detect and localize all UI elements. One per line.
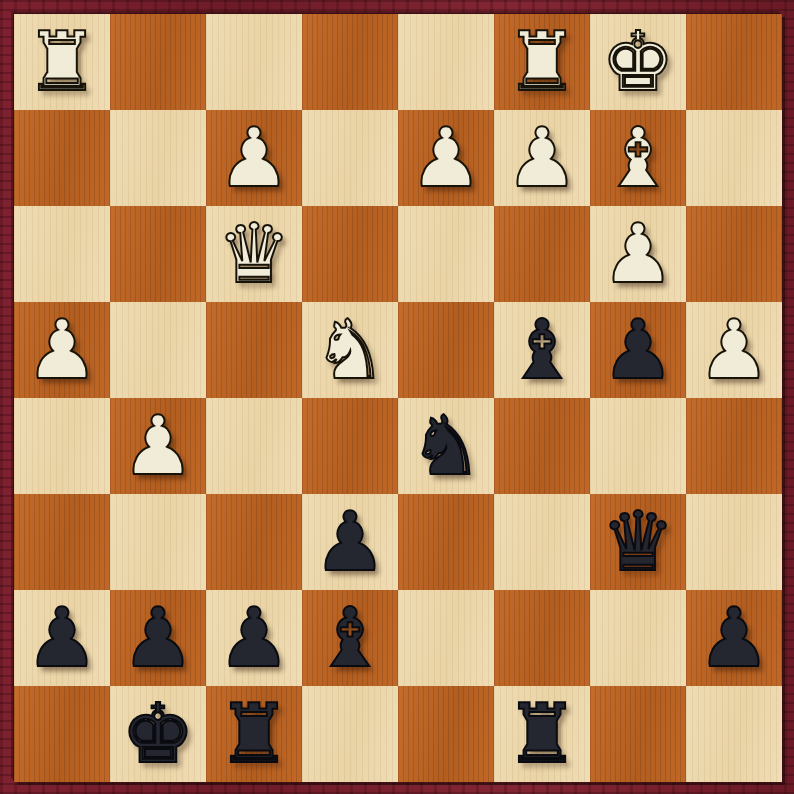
square-r8c8[interactable] — [686, 686, 782, 782]
square-r2c1[interactable] — [14, 110, 110, 206]
square-r4c5[interactable] — [398, 302, 494, 398]
white-king: ♚ — [601, 14, 675, 110]
white-rook: ♜ — [505, 14, 579, 110]
square-r1c8[interactable] — [686, 14, 782, 110]
square-r6c7[interactable]: ♛ — [590, 494, 686, 590]
square-r7c2[interactable]: ♟ — [110, 590, 206, 686]
square-r3c8[interactable] — [686, 206, 782, 302]
black-pawn: ♟ — [121, 590, 195, 686]
square-r5c5[interactable]: ♞ — [398, 398, 494, 494]
square-r3c2[interactable] — [110, 206, 206, 302]
square-r5c2[interactable]: ♟ — [110, 398, 206, 494]
square-r4c8[interactable]: ♟ — [686, 302, 782, 398]
square-r4c3[interactable] — [206, 302, 302, 398]
square-r4c1[interactable]: ♟ — [14, 302, 110, 398]
black-pawn: ♟ — [25, 590, 99, 686]
chess-board: ♜ ♜ ♚ ♟ ♟ ♟ ♝ ♛ ♟ ♟ ♞ ♝ ♟ ♟ — [13, 13, 781, 781]
square-r3c1[interactable] — [14, 206, 110, 302]
square-r1c4[interactable] — [302, 14, 398, 110]
square-r8c3[interactable]: ♜ — [206, 686, 302, 782]
square-r3c5[interactable] — [398, 206, 494, 302]
black-bishop: ♝ — [313, 590, 387, 686]
square-r5c3[interactable] — [206, 398, 302, 494]
square-r7c7[interactable] — [590, 590, 686, 686]
black-knight: ♞ — [409, 398, 483, 494]
square-r4c6[interactable]: ♝ — [494, 302, 590, 398]
square-r7c6[interactable] — [494, 590, 590, 686]
black-pawn: ♟ — [313, 494, 387, 590]
white-pawn: ♟ — [409, 110, 483, 206]
square-r7c1[interactable]: ♟ — [14, 590, 110, 686]
white-pawn: ♟ — [505, 110, 579, 206]
square-r7c4[interactable]: ♝ — [302, 590, 398, 686]
white-pawn: ♟ — [697, 302, 771, 398]
white-rook: ♜ — [25, 14, 99, 110]
white-pawn: ♟ — [601, 206, 675, 302]
square-r2c8[interactable] — [686, 110, 782, 206]
square-r6c8[interactable] — [686, 494, 782, 590]
square-r1c7[interactable]: ♚ — [590, 14, 686, 110]
square-r2c4[interactable] — [302, 110, 398, 206]
square-r8c4[interactable] — [302, 686, 398, 782]
square-r8c6[interactable]: ♜ — [494, 686, 590, 782]
square-r7c5[interactable] — [398, 590, 494, 686]
square-r8c2[interactable]: ♚ — [110, 686, 206, 782]
square-r3c7[interactable]: ♟ — [590, 206, 686, 302]
square-r5c1[interactable] — [14, 398, 110, 494]
white-bishop: ♝ — [601, 110, 675, 206]
square-r2c5[interactable]: ♟ — [398, 110, 494, 206]
square-r2c6[interactable]: ♟ — [494, 110, 590, 206]
square-r1c6[interactable]: ♜ — [494, 14, 590, 110]
black-queen: ♛ — [601, 494, 675, 590]
black-bishop: ♝ — [505, 302, 579, 398]
square-r1c2[interactable] — [110, 14, 206, 110]
square-r5c6[interactable] — [494, 398, 590, 494]
black-pawn: ♟ — [697, 590, 771, 686]
square-r5c4[interactable] — [302, 398, 398, 494]
white-knight: ♞ — [313, 302, 387, 398]
square-r6c4[interactable]: ♟ — [302, 494, 398, 590]
black-rook: ♜ — [505, 686, 579, 782]
square-r4c4[interactable]: ♞ — [302, 302, 398, 398]
black-rook: ♜ — [217, 686, 291, 782]
white-pawn: ♟ — [121, 398, 195, 494]
square-r8c7[interactable] — [590, 686, 686, 782]
square-r3c3[interactable]: ♛ — [206, 206, 302, 302]
square-r1c5[interactable] — [398, 14, 494, 110]
square-r3c4[interactable] — [302, 206, 398, 302]
white-pawn: ♟ — [217, 110, 291, 206]
square-r7c3[interactable]: ♟ — [206, 590, 302, 686]
square-r4c2[interactable] — [110, 302, 206, 398]
white-queen: ♛ — [217, 206, 291, 302]
square-r6c1[interactable] — [14, 494, 110, 590]
square-r8c5[interactable] — [398, 686, 494, 782]
square-r1c3[interactable] — [206, 14, 302, 110]
square-r1c1[interactable]: ♜ — [14, 14, 110, 110]
black-pawn: ♟ — [217, 590, 291, 686]
square-r2c2[interactable] — [110, 110, 206, 206]
square-r6c5[interactable] — [398, 494, 494, 590]
square-r5c8[interactable] — [686, 398, 782, 494]
square-r5c7[interactable] — [590, 398, 686, 494]
square-r4c7[interactable]: ♟ — [590, 302, 686, 398]
white-pawn: ♟ — [25, 302, 99, 398]
black-pawn: ♟ — [601, 302, 675, 398]
square-r7c8[interactable]: ♟ — [686, 590, 782, 686]
square-r6c3[interactable] — [206, 494, 302, 590]
square-r6c2[interactable] — [110, 494, 206, 590]
black-king: ♚ — [121, 686, 195, 782]
board-frame: ♜ ♜ ♚ ♟ ♟ ♟ ♝ ♛ ♟ ♟ ♞ ♝ ♟ ♟ — [0, 0, 794, 794]
square-r2c3[interactable]: ♟ — [206, 110, 302, 206]
square-r2c7[interactable]: ♝ — [590, 110, 686, 206]
square-r3c6[interactable] — [494, 206, 590, 302]
square-r8c1[interactable] — [14, 686, 110, 782]
square-r6c6[interactable] — [494, 494, 590, 590]
